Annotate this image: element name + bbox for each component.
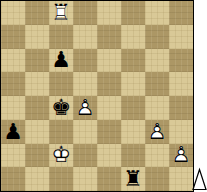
square-d4[interactable]: ♟♙ xyxy=(73,96,97,120)
piece-white-pawn: ♟♙ xyxy=(73,96,97,120)
square-b4[interactable] xyxy=(25,96,49,120)
square-h3[interactable] xyxy=(169,120,193,144)
square-a3[interactable]: ♟ xyxy=(1,120,25,144)
square-h7[interactable] xyxy=(169,25,193,49)
square-f8[interactable] xyxy=(121,1,145,25)
square-c6[interactable]: ♟ xyxy=(49,49,73,73)
square-g8[interactable] xyxy=(145,1,169,25)
square-h2[interactable]: ♟♙ xyxy=(169,144,193,168)
square-c2[interactable]: ♚♔ xyxy=(49,144,73,168)
square-a6[interactable] xyxy=(1,49,25,73)
square-d6[interactable] xyxy=(73,49,97,73)
square-d2[interactable] xyxy=(73,144,97,168)
square-d5[interactable] xyxy=(73,72,97,96)
square-g3[interactable]: ♟♙ xyxy=(145,120,169,144)
square-c7[interactable] xyxy=(49,25,73,49)
square-h1[interactable] xyxy=(169,167,193,191)
square-a1[interactable] xyxy=(1,167,25,191)
square-b2[interactable] xyxy=(25,144,49,168)
square-d8[interactable] xyxy=(73,1,97,25)
square-e4[interactable] xyxy=(97,96,121,120)
square-e8[interactable] xyxy=(97,1,121,25)
piece-black-king: ♚ xyxy=(49,96,73,120)
square-h8[interactable] xyxy=(169,1,193,25)
square-f4[interactable] xyxy=(121,96,145,120)
square-d3[interactable] xyxy=(73,120,97,144)
piece-white-king: ♚♔ xyxy=(49,144,73,168)
square-f6[interactable] xyxy=(121,49,145,73)
square-g2[interactable] xyxy=(145,144,169,168)
square-a2[interactable] xyxy=(1,144,25,168)
square-g7[interactable] xyxy=(145,25,169,49)
square-g1[interactable] xyxy=(145,167,169,191)
square-f3[interactable] xyxy=(121,120,145,144)
square-b7[interactable] xyxy=(25,25,49,49)
square-e7[interactable] xyxy=(97,25,121,49)
square-h6[interactable] xyxy=(169,49,193,73)
piece-black-pawn: ♟ xyxy=(1,120,25,144)
chess-diagram: ♜♖♟♚♟♙♟♟♙♚♔♟♙♜ xyxy=(0,0,207,192)
chess-board: ♜♖♟♚♟♙♟♟♙♚♔♟♙♜ xyxy=(0,0,194,192)
square-b5[interactable] xyxy=(25,72,49,96)
square-d7[interactable] xyxy=(73,25,97,49)
square-c4[interactable]: ♚ xyxy=(49,96,73,120)
piece-white-pawn: ♟♙ xyxy=(145,120,169,144)
square-e5[interactable] xyxy=(97,72,121,96)
square-f1[interactable]: ♜ xyxy=(121,167,145,191)
square-e3[interactable] xyxy=(97,120,121,144)
square-f7[interactable] xyxy=(121,25,145,49)
square-e1[interactable] xyxy=(97,167,121,191)
square-a8[interactable] xyxy=(1,1,25,25)
square-b3[interactable] xyxy=(25,120,49,144)
square-a5[interactable] xyxy=(1,72,25,96)
square-f2[interactable] xyxy=(121,144,145,168)
square-c1[interactable] xyxy=(49,167,73,191)
square-g6[interactable] xyxy=(145,49,169,73)
piece-black-rook: ♜ xyxy=(121,167,145,191)
square-b8[interactable] xyxy=(25,1,49,25)
square-c5[interactable] xyxy=(49,72,73,96)
square-a4[interactable] xyxy=(1,96,25,120)
square-d1[interactable] xyxy=(73,167,97,191)
square-h4[interactable] xyxy=(169,96,193,120)
square-b6[interactable] xyxy=(25,49,49,73)
piece-black-pawn: ♟ xyxy=(49,49,73,73)
square-b1[interactable] xyxy=(25,167,49,191)
square-g5[interactable] xyxy=(145,72,169,96)
white-to-move-triangle-icon xyxy=(192,167,207,191)
piece-white-rook: ♜♖ xyxy=(49,1,73,25)
square-c8[interactable]: ♜♖ xyxy=(49,1,73,25)
square-c3[interactable] xyxy=(49,120,73,144)
square-f5[interactable] xyxy=(121,72,145,96)
square-g4[interactable] xyxy=(145,96,169,120)
piece-white-pawn: ♟♙ xyxy=(169,144,193,168)
square-a7[interactable] xyxy=(1,25,25,49)
square-e6[interactable] xyxy=(97,49,121,73)
square-e2[interactable] xyxy=(97,144,121,168)
square-h5[interactable] xyxy=(169,72,193,96)
